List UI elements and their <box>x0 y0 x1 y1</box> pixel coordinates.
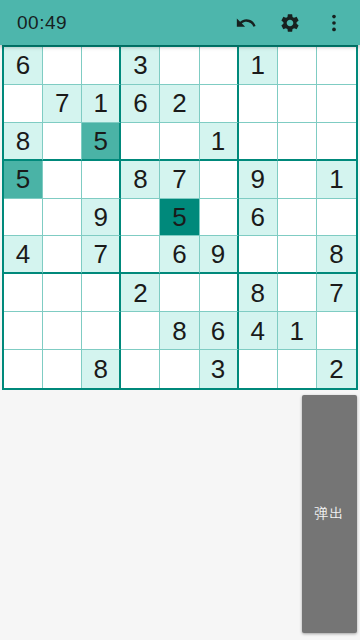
popout-button-label: 弹出 <box>315 505 345 523</box>
cell-r1c3[interactable] <box>82 47 121 85</box>
cell-r9c8[interactable] <box>278 350 317 388</box>
cell-r4c3[interactable] <box>82 161 121 199</box>
cell-r6c4[interactable] <box>121 236 160 274</box>
cell-r6c3[interactable]: 7 <box>82 236 121 274</box>
cell-r9c2[interactable] <box>43 350 82 388</box>
cell-r7c4[interactable]: 2 <box>121 274 160 312</box>
cell-r7c3[interactable] <box>82 274 121 312</box>
settings-button[interactable] <box>268 1 312 45</box>
cell-r6c7[interactable] <box>239 236 278 274</box>
cell-r2c5[interactable]: 2 <box>160 85 199 123</box>
cell-r3c1[interactable]: 8 <box>4 123 43 161</box>
cell-r7c1[interactable] <box>4 274 43 312</box>
popout-button[interactable]: 弹出 <box>302 395 357 633</box>
cell-r5c9[interactable] <box>317 199 356 237</box>
cell-r1c1[interactable]: 6 <box>4 47 43 85</box>
cell-r7c6[interactable] <box>200 274 239 312</box>
cell-r6c9[interactable]: 8 <box>317 236 356 274</box>
cell-r1c8[interactable] <box>278 47 317 85</box>
cell-r5c3[interactable]: 9 <box>82 199 121 237</box>
cell-r4c5[interactable]: 7 <box>160 161 199 199</box>
cell-r6c6[interactable]: 9 <box>200 236 239 274</box>
cell-r8c7[interactable]: 4 <box>239 312 278 350</box>
cell-r7c9[interactable]: 7 <box>317 274 356 312</box>
cell-r2c9[interactable] <box>317 85 356 123</box>
cell-r7c2[interactable] <box>43 274 82 312</box>
cell-r4c9[interactable]: 1 <box>317 161 356 199</box>
cell-r8c5[interactable]: 8 <box>160 312 199 350</box>
cell-r1c2[interactable] <box>43 47 82 85</box>
cell-r9c3[interactable]: 8 <box>82 350 121 388</box>
cell-r4c4[interactable]: 8 <box>121 161 160 199</box>
cell-r4c7[interactable]: 9 <box>239 161 278 199</box>
cell-r1c9[interactable] <box>317 47 356 85</box>
cell-r5c4[interactable] <box>121 199 160 237</box>
cell-r3c8[interactable] <box>278 123 317 161</box>
cell-r5c8[interactable] <box>278 199 317 237</box>
cell-r3c5[interactable] <box>160 123 199 161</box>
cell-r2c7[interactable] <box>239 85 278 123</box>
cell-r8c8[interactable]: 1 <box>278 312 317 350</box>
cell-r2c2[interactable]: 7 <box>43 85 82 123</box>
sudoku-board: 631716285158791956476982878641832 <box>2 45 358 390</box>
cell-r2c8[interactable] <box>278 85 317 123</box>
cell-r4c2[interactable] <box>43 161 82 199</box>
cell-r9c6[interactable]: 3 <box>200 350 239 388</box>
cell-r4c6[interactable] <box>200 161 239 199</box>
cell-r8c1[interactable] <box>4 312 43 350</box>
cell-r3c3[interactable]: 5 <box>82 123 121 161</box>
overflow-menu-button[interactable] <box>312 1 356 45</box>
cell-r5c5[interactable]: 5 <box>160 199 199 237</box>
cell-r1c7[interactable]: 1 <box>239 47 278 85</box>
cell-r7c5[interactable] <box>160 274 199 312</box>
cell-r9c7[interactable] <box>239 350 278 388</box>
cell-r3c9[interactable] <box>317 123 356 161</box>
cell-r1c5[interactable] <box>160 47 199 85</box>
cell-r1c6[interactable] <box>200 47 239 85</box>
undo-button[interactable] <box>224 1 268 45</box>
cell-r9c5[interactable] <box>160 350 199 388</box>
cell-r5c1[interactable] <box>4 199 43 237</box>
cell-r6c8[interactable] <box>278 236 317 274</box>
cell-r7c8[interactable] <box>278 274 317 312</box>
app-bar-actions <box>224 1 360 45</box>
cell-r2c1[interactable] <box>4 85 43 123</box>
app-bar: 00:49 <box>0 0 360 45</box>
cell-r6c1[interactable]: 4 <box>4 236 43 274</box>
cell-r3c7[interactable] <box>239 123 278 161</box>
cell-r2c4[interactable]: 6 <box>121 85 160 123</box>
cell-r4c8[interactable] <box>278 161 317 199</box>
cell-r3c2[interactable] <box>43 123 82 161</box>
cell-r7c7[interactable]: 8 <box>239 274 278 312</box>
cell-r9c1[interactable] <box>4 350 43 388</box>
cell-r9c4[interactable] <box>121 350 160 388</box>
cell-r8c4[interactable] <box>121 312 160 350</box>
cell-r8c9[interactable] <box>317 312 356 350</box>
cell-r5c2[interactable] <box>43 199 82 237</box>
game-timer: 00:49 <box>17 12 67 34</box>
cell-r5c7[interactable]: 6 <box>239 199 278 237</box>
cell-r8c3[interactable] <box>82 312 121 350</box>
gear-icon <box>279 12 301 34</box>
cell-r6c2[interactable] <box>43 236 82 274</box>
cell-r4c1[interactable]: 5 <box>4 161 43 199</box>
cell-r3c4[interactable] <box>121 123 160 161</box>
cell-r2c3[interactable]: 1 <box>82 85 121 123</box>
three-dots-icon <box>323 12 345 34</box>
cell-r5c6[interactable] <box>200 199 239 237</box>
cell-r8c2[interactable] <box>43 312 82 350</box>
undo-icon <box>235 12 257 34</box>
cell-r8c6[interactable]: 6 <box>200 312 239 350</box>
cell-r6c5[interactable]: 6 <box>160 236 199 274</box>
cell-r1c4[interactable]: 3 <box>121 47 160 85</box>
cell-r3c6[interactable]: 1 <box>200 123 239 161</box>
cell-r2c6[interactable] <box>200 85 239 123</box>
cell-r9c9[interactable]: 2 <box>317 350 356 388</box>
